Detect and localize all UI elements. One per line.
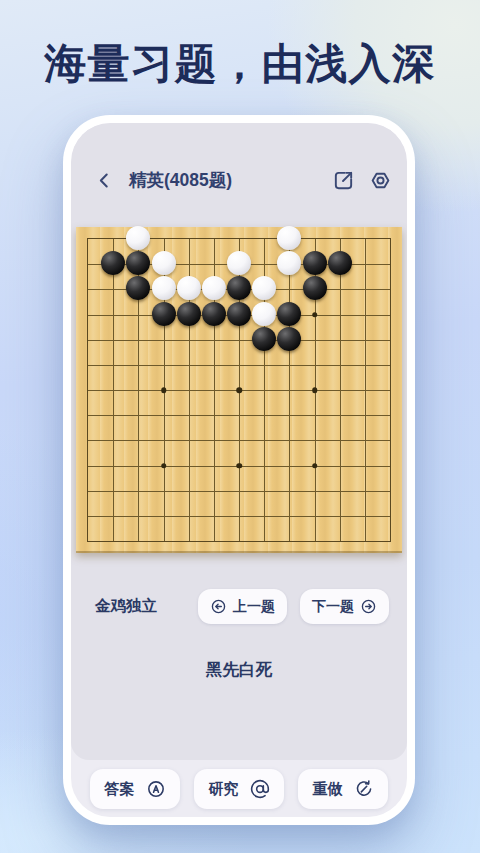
grid-line <box>340 239 341 541</box>
hero-title: 海量习题，由浅入深 <box>0 36 480 92</box>
black-stone <box>152 302 176 326</box>
white-stone <box>177 276 201 300</box>
white-stone <box>252 302 276 326</box>
black-stone <box>202 302 226 326</box>
grid-line <box>88 440 390 441</box>
star-point <box>236 463 242 469</box>
research-label: 研究 <box>209 780 239 799</box>
white-stone <box>152 251 176 275</box>
share-icon <box>332 169 355 192</box>
app-bar: 精英(4085题) <box>95 167 392 193</box>
black-stone <box>328 251 352 275</box>
redo-button[interactable]: 重做 <box>298 769 388 809</box>
black-stone <box>227 302 251 326</box>
action-bar: 答案研究重做 <box>71 760 407 817</box>
black-stone <box>126 276 150 300</box>
circled-a-icon <box>146 779 166 799</box>
black-stone <box>101 251 125 275</box>
black-stone <box>177 302 201 326</box>
puzzle-meta-row: 金鸡独立 上一题 下一题 <box>95 589 389 624</box>
black-stone <box>252 327 276 351</box>
black-stone <box>227 276 251 300</box>
black-stone <box>277 302 301 326</box>
star-point <box>312 312 318 318</box>
prev-problem-button[interactable]: 上一题 <box>198 589 287 624</box>
white-stone <box>202 276 226 300</box>
black-stone <box>303 276 327 300</box>
star-point <box>312 387 318 393</box>
grid-line <box>88 415 390 416</box>
answer-button[interactable]: 答案 <box>90 769 180 809</box>
puzzle-objective: 黑先白死 <box>71 659 407 681</box>
black-stone <box>126 251 150 275</box>
star-point <box>236 387 242 393</box>
star-point <box>312 463 318 469</box>
puzzle-name: 金鸡独立 <box>95 596 157 617</box>
page-title: 精英(4085题) <box>129 168 232 192</box>
grid-line <box>365 239 366 541</box>
white-stone <box>277 226 301 250</box>
grid-line <box>88 491 390 492</box>
prev-problem-label: 上一题 <box>233 598 275 616</box>
white-stone <box>252 276 276 300</box>
page-background: 海量习题，由浅入深 精英(4085题) <box>0 0 480 853</box>
redo-icon <box>354 779 374 799</box>
star-point <box>161 387 167 393</box>
grid-line <box>289 239 290 541</box>
circle-arrow-left-icon <box>210 598 227 615</box>
board-grid <box>87 238 391 542</box>
settings-nut-icon <box>369 169 392 192</box>
redo-label: 重做 <box>313 780 343 799</box>
share-button[interactable] <box>332 169 355 192</box>
settings-button[interactable] <box>369 169 392 192</box>
chevron-left-icon <box>95 171 114 190</box>
black-stone <box>277 327 301 351</box>
white-stone <box>126 226 150 250</box>
star-point <box>161 463 167 469</box>
white-stone <box>277 251 301 275</box>
black-stone <box>303 251 327 275</box>
answer-label: 答案 <box>105 780 135 799</box>
go-board[interactable] <box>76 227 402 553</box>
white-stone <box>227 251 251 275</box>
grid-line <box>88 516 390 517</box>
at-icon <box>250 779 270 799</box>
phone-mockup: 精英(4085题) 金鸡独立 <box>63 115 415 825</box>
next-problem-button[interactable]: 下一题 <box>300 589 389 624</box>
circle-arrow-right-icon <box>360 598 377 615</box>
white-stone <box>152 276 176 300</box>
next-problem-label: 下一题 <box>312 598 354 616</box>
back-button[interactable] <box>95 171 114 190</box>
research-button[interactable]: 研究 <box>194 769 284 809</box>
phone-screen: 精英(4085题) 金鸡独立 <box>71 123 407 817</box>
